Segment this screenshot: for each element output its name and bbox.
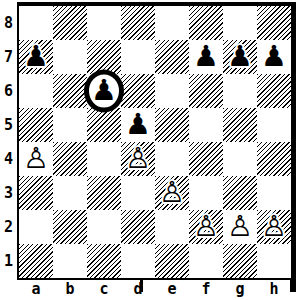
- square-b8[interactable]: [53, 6, 87, 40]
- square-f4[interactable]: [189, 142, 223, 176]
- square-e8[interactable]: [155, 6, 189, 40]
- white-pawn: ♙: [121, 142, 155, 176]
- square-c6[interactable]: ♟: [87, 74, 121, 108]
- square-e1[interactable]: [155, 244, 189, 278]
- square-a1[interactable]: [19, 244, 53, 278]
- square-c8[interactable]: [87, 6, 121, 40]
- square-d1[interactable]: [121, 244, 155, 278]
- black-pawn: ♟: [189, 40, 223, 74]
- square-d5[interactable]: ♟: [121, 108, 155, 142]
- file-label-h: h: [257, 279, 291, 298]
- white-pawn: ♙: [257, 210, 291, 244]
- white-pawn: ♙: [189, 210, 223, 244]
- chess-diagram: 87654321 ♟♟♟♟♟♟♙♙♙♙♙♙ abcdefgh: [0, 0, 300, 300]
- white-pawn: ♙: [155, 176, 189, 210]
- square-c5[interactable]: [87, 108, 121, 142]
- rank-label-8: 8: [0, 6, 17, 40]
- black-pawn: ♟: [257, 40, 291, 74]
- file-label-d: d: [121, 279, 155, 298]
- square-c2[interactable]: [87, 210, 121, 244]
- square-e2[interactable]: [155, 210, 189, 244]
- white-pawn: ♙: [19, 142, 53, 176]
- square-d3[interactable]: [121, 176, 155, 210]
- black-pawn: ♟: [87, 74, 121, 108]
- rank-label-2: 2: [0, 210, 17, 244]
- file-label-e: e: [155, 279, 189, 298]
- rank-label-7: 7: [0, 40, 17, 74]
- square-f2[interactable]: ♙: [189, 210, 223, 244]
- square-f1[interactable]: [189, 244, 223, 278]
- border-tail: [290, 280, 296, 292]
- square-d7[interactable]: [121, 40, 155, 74]
- square-e6[interactable]: [155, 74, 189, 108]
- square-a3[interactable]: [19, 176, 53, 210]
- square-b1[interactable]: [53, 244, 87, 278]
- square-h3[interactable]: [257, 176, 291, 210]
- square-a2[interactable]: [19, 210, 53, 244]
- square-e7[interactable]: [155, 40, 189, 74]
- file-labels: abcdefgh: [19, 279, 291, 298]
- square-g8[interactable]: [223, 6, 257, 40]
- square-h8[interactable]: [257, 6, 291, 40]
- rank-label-4: 4: [0, 142, 17, 176]
- square-f7[interactable]: ♟: [189, 40, 223, 74]
- square-g1[interactable]: [223, 244, 257, 278]
- board-grid: ♟♟♟♟♟♟♙♙♙♙♙♙: [19, 6, 291, 278]
- square-f6[interactable]: [189, 74, 223, 108]
- square-h4[interactable]: [257, 142, 291, 176]
- file-label-f: f: [189, 279, 223, 298]
- file-label-c: c: [87, 279, 121, 298]
- file-label-b: b: [53, 279, 87, 298]
- square-g7[interactable]: ♟: [223, 40, 257, 74]
- file-label-g: g: [223, 279, 257, 298]
- square-b2[interactable]: [53, 210, 87, 244]
- square-h7[interactable]: ♟: [257, 40, 291, 74]
- rank-labels: 87654321: [0, 6, 17, 278]
- square-h6[interactable]: [257, 74, 291, 108]
- square-d8[interactable]: [121, 6, 155, 40]
- black-pawn: ♟: [19, 40, 53, 74]
- square-g4[interactable]: [223, 142, 257, 176]
- square-b4[interactable]: [53, 142, 87, 176]
- white-pawn: ♙: [223, 210, 257, 244]
- square-a8[interactable]: [19, 6, 53, 40]
- rank-label-6: 6: [0, 74, 17, 108]
- rank-label-1: 1: [0, 244, 17, 278]
- square-c4[interactable]: [87, 142, 121, 176]
- square-c1[interactable]: [87, 244, 121, 278]
- square-g6[interactable]: [223, 74, 257, 108]
- board-frame: ♟♟♟♟♟♟♙♙♙♙♙♙: [17, 2, 296, 280]
- file-label-a: a: [19, 279, 53, 298]
- square-b3[interactable]: [53, 176, 87, 210]
- square-b7[interactable]: [53, 40, 87, 74]
- square-f8[interactable]: [189, 6, 223, 40]
- square-e5[interactable]: [155, 108, 189, 142]
- tick-mark: [140, 278, 143, 292]
- square-h2[interactable]: ♙: [257, 210, 291, 244]
- square-a6[interactable]: [19, 74, 53, 108]
- square-e4[interactable]: [155, 142, 189, 176]
- square-h1[interactable]: [257, 244, 291, 278]
- square-d4[interactable]: ♙: [121, 142, 155, 176]
- square-f3[interactable]: [189, 176, 223, 210]
- square-f5[interactable]: [189, 108, 223, 142]
- square-g2[interactable]: ♙: [223, 210, 257, 244]
- black-pawn: ♟: [121, 108, 155, 142]
- square-b5[interactable]: [53, 108, 87, 142]
- square-b6[interactable]: [53, 74, 87, 108]
- rank-label-3: 3: [0, 176, 17, 210]
- square-g3[interactable]: [223, 176, 257, 210]
- square-c3[interactable]: [87, 176, 121, 210]
- square-h5[interactable]: [257, 108, 291, 142]
- square-a4[interactable]: ♙: [19, 142, 53, 176]
- square-a5[interactable]: [19, 108, 53, 142]
- square-d6[interactable]: [121, 74, 155, 108]
- black-pawn: ♟: [223, 40, 257, 74]
- square-a7[interactable]: ♟: [19, 40, 53, 74]
- square-d2[interactable]: [121, 210, 155, 244]
- square-g5[interactable]: [223, 108, 257, 142]
- rank-label-5: 5: [0, 108, 17, 142]
- square-e3[interactable]: ♙: [155, 176, 189, 210]
